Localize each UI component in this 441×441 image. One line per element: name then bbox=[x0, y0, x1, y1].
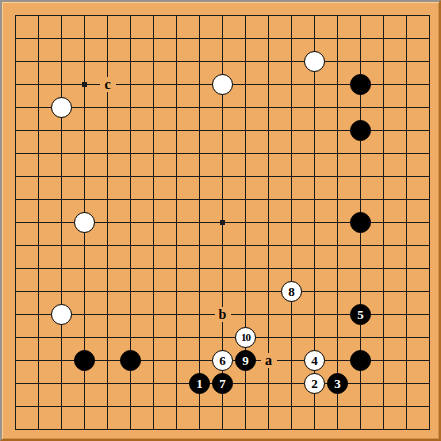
black-stone-move-3[interactable]: 3 bbox=[327, 373, 348, 394]
black-stone[interactable] bbox=[350, 120, 371, 141]
black-stone[interactable] bbox=[120, 350, 141, 371]
star-point-marker bbox=[220, 220, 225, 225]
black-stone-move-7[interactable]: 7 bbox=[212, 373, 233, 394]
black-stone[interactable] bbox=[350, 212, 371, 233]
point-label-c[interactable]: c bbox=[100, 77, 116, 92]
star-point-marker bbox=[82, 82, 87, 87]
black-stone-move-1[interactable]: 1 bbox=[189, 373, 210, 394]
white-stone-move-2[interactable]: 2 bbox=[304, 373, 325, 394]
white-stone-move-6[interactable]: 6 bbox=[212, 350, 233, 371]
white-stone[interactable] bbox=[51, 97, 72, 118]
white-stone-move-4[interactable]: 4 bbox=[304, 350, 325, 371]
white-stone[interactable] bbox=[212, 74, 233, 95]
point-label-a[interactable]: a bbox=[261, 353, 277, 368]
black-stone[interactable] bbox=[350, 74, 371, 95]
white-stone[interactable] bbox=[304, 51, 325, 72]
white-stone-move-8[interactable]: 8 bbox=[281, 281, 302, 302]
go-board[interactable]: 24681013579abc bbox=[0, 0, 441, 441]
white-stone[interactable] bbox=[51, 304, 72, 325]
white-stone-move-10[interactable]: 10 bbox=[235, 327, 256, 348]
point-label-b[interactable]: b bbox=[215, 307, 231, 322]
black-stone-move-9[interactable]: 9 bbox=[235, 350, 256, 371]
black-stone[interactable] bbox=[350, 350, 371, 371]
black-stone-move-5[interactable]: 5 bbox=[350, 304, 371, 325]
black-stone[interactable] bbox=[74, 350, 95, 371]
white-stone[interactable] bbox=[74, 212, 95, 233]
